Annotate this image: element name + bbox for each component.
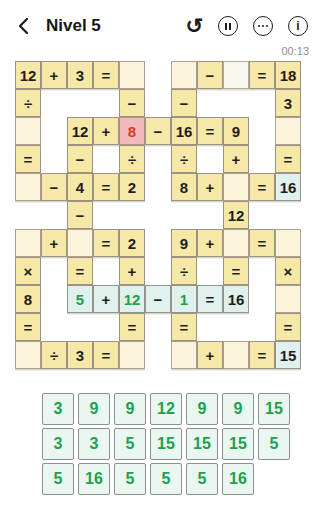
cell-r10c5: = — [119, 313, 145, 341]
cell-r6c3: − — [67, 201, 93, 229]
tray-tile-5[interactable]: 5 — [114, 428, 146, 460]
tray-row: 399129915 — [42, 393, 320, 425]
cell-r9c4: + — [93, 285, 119, 313]
cell-r7c3[interactable] — [67, 229, 93, 257]
cell-r1c4: = — [93, 61, 119, 89]
pause-icon — [225, 23, 231, 30]
cell-r8c3: = — [67, 257, 93, 285]
tray-tile-15[interactable]: 15 — [258, 393, 290, 425]
tray-tile-9[interactable]: 9 — [222, 393, 254, 425]
cell-r5c9[interactable] — [223, 173, 249, 201]
cell-r1c2: + — [41, 61, 67, 89]
cell-r8c9: = — [223, 257, 249, 285]
cell-r4c3: − — [67, 145, 93, 173]
cell-r11c1[interactable] — [15, 341, 41, 369]
cell-r9c1: 8 — [15, 285, 41, 313]
tray-tile-15[interactable]: 15 — [222, 428, 254, 460]
page-title: Nivel 5 — [46, 16, 185, 36]
cell-r5c4: = — [93, 173, 119, 201]
tray-tile-5[interactable]: 5 — [42, 463, 74, 495]
icon-bar: ↺ i — [185, 16, 308, 36]
cell-r11c4: = — [93, 341, 119, 369]
cell-r11c9[interactable] — [223, 341, 249, 369]
cell-r9c3[interactable]: 5 — [67, 285, 93, 313]
cell-r1c1: 12 — [15, 61, 41, 89]
cell-r11c8: + — [197, 341, 223, 369]
cell-r11c11: 15 — [275, 341, 301, 369]
cell-r6c9: 12 — [223, 201, 249, 229]
cell-r3c3: 12 — [67, 117, 93, 145]
tray-tile-5[interactable]: 5 — [186, 463, 218, 495]
tray-tile-5[interactable]: 5 — [114, 463, 146, 495]
cell-r5c7: 8 — [171, 173, 197, 201]
tray-tile-5[interactable]: 5 — [258, 428, 290, 460]
cell-r2c7: − — [171, 89, 197, 117]
back-chevron-icon — [17, 17, 29, 35]
cell-r11c7[interactable] — [171, 341, 197, 369]
cell-r1c5[interactable] — [119, 61, 145, 89]
tray-tile-16[interactable]: 16 — [222, 463, 254, 495]
cell-r9c8: = — [197, 285, 223, 313]
cell-r9c6: − — [145, 285, 171, 313]
tray-tile-15[interactable]: 15 — [150, 428, 182, 460]
cell-r3c5[interactable]: 8 — [119, 117, 145, 145]
cell-r3c9: 9 — [223, 117, 249, 145]
cell-r1c3: 3 — [67, 61, 93, 89]
cell-r7c10: = — [249, 229, 275, 257]
cell-r5c10: = — [249, 173, 275, 201]
cell-r1c9[interactable] — [223, 61, 249, 89]
cell-r1c11: 18 — [275, 61, 301, 89]
cell-r9c9: 16 — [223, 285, 249, 313]
tray-row: 3351515155 — [42, 428, 320, 460]
board: 12+3=−=18÷−−312+8−16=9=−÷÷+=−4=28+=16−12… — [15, 61, 301, 369]
pause-button[interactable] — [218, 16, 238, 36]
cell-r7c7: 9 — [171, 229, 197, 257]
cell-r3c11[interactable] — [275, 117, 301, 145]
cell-r7c2: + — [41, 229, 67, 257]
cell-r3c8: = — [197, 117, 223, 145]
cell-r9c11[interactable] — [275, 285, 301, 313]
cell-r8c7: ÷ — [171, 257, 197, 285]
cell-r1c8: − — [197, 61, 223, 89]
cell-r4c7: ÷ — [171, 145, 197, 173]
cell-r3c1[interactable] — [15, 117, 41, 145]
cell-r8c5: + — [119, 257, 145, 285]
cell-r7c4: = — [93, 229, 119, 257]
cell-r7c1[interactable] — [15, 229, 41, 257]
cell-r4c1: = — [15, 145, 41, 173]
cell-r10c1: = — [15, 313, 41, 341]
cell-r10c11: = — [275, 313, 301, 341]
cell-r11c2: ÷ — [41, 341, 67, 369]
number-tray: 399129915335151515551655516 — [42, 393, 320, 495]
info-button[interactable]: i — [288, 16, 308, 36]
cell-r2c11: 3 — [275, 89, 301, 117]
cell-r4c9: + — [223, 145, 249, 173]
cell-r10c7: = — [171, 313, 197, 341]
cell-r2c1: ÷ — [15, 89, 41, 117]
cell-r2c5: − — [119, 89, 145, 117]
cell-r4c11: = — [275, 145, 301, 173]
more-options-button[interactable] — [253, 16, 273, 36]
restart-icon[interactable]: ↺ — [185, 16, 203, 36]
cell-r7c8: + — [197, 229, 223, 257]
cell-r3c4: + — [93, 117, 119, 145]
cell-r11c5[interactable] — [119, 341, 145, 369]
cell-r8c11: × — [275, 257, 301, 285]
cell-r1c10: = — [249, 61, 275, 89]
tray-tile-15[interactable]: 15 — [186, 428, 218, 460]
cell-r7c11[interactable] — [275, 229, 301, 257]
tray-tile-3[interactable]: 3 — [42, 428, 74, 460]
tray-tile-3[interactable]: 3 — [42, 393, 74, 425]
cell-r11c10: = — [249, 341, 275, 369]
cell-r5c11: 16 — [275, 173, 301, 201]
ellipsis-icon — [258, 25, 269, 27]
timer: 00:13 — [0, 43, 320, 59]
tray-tile-12[interactable]: 12 — [150, 393, 182, 425]
tray-tile-9[interactable]: 9 — [114, 393, 146, 425]
cell-r5c3: 4 — [67, 173, 93, 201]
cell-r11c3: 3 — [67, 341, 93, 369]
cell-r8c1: × — [15, 257, 41, 285]
cell-r9c5[interactable]: 12 — [119, 285, 145, 313]
cell-r9c7[interactable]: 1 — [171, 285, 197, 313]
tray-row: 51655516 — [42, 463, 320, 495]
cell-r3c7: 16 — [171, 117, 197, 145]
cell-r1c7[interactable] — [171, 61, 197, 89]
cell-r5c5: 2 — [119, 173, 145, 201]
info-icon: i — [296, 20, 299, 32]
cell-r7c5: 2 — [119, 229, 145, 257]
tray-tile-9[interactable]: 9 — [186, 393, 218, 425]
cell-r5c8: + — [197, 173, 223, 201]
top-bar: Nivel 5 ↺ i — [0, 0, 320, 43]
back-button[interactable] — [14, 17, 32, 35]
cell-r4c5: ÷ — [119, 145, 145, 173]
cell-r5c1[interactable] — [15, 173, 41, 201]
tray-tile-9[interactable]: 9 — [78, 393, 110, 425]
tray-tile-5[interactable]: 5 — [150, 463, 182, 495]
tray-tile-16[interactable]: 16 — [78, 463, 110, 495]
cell-r5c2: − — [41, 173, 67, 201]
cell-r3c6: − — [145, 117, 171, 145]
cell-r7c9[interactable] — [223, 229, 249, 257]
tray-tile-3[interactable]: 3 — [78, 428, 110, 460]
